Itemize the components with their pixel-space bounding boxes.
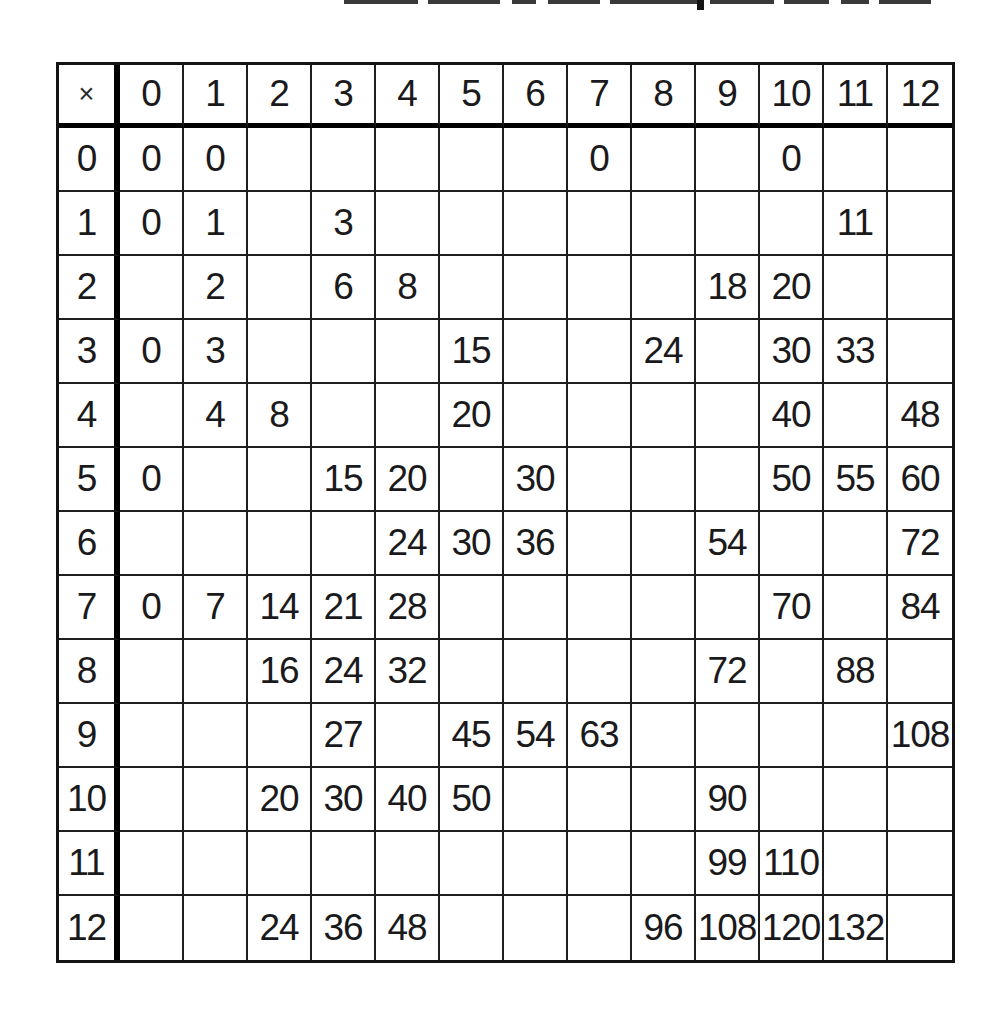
grid-cell xyxy=(184,832,248,896)
grid-cell xyxy=(440,832,504,896)
grid-cell xyxy=(632,384,696,448)
grid-cell: 54 xyxy=(504,704,568,768)
grid-cell: 0 xyxy=(120,576,184,640)
grid-cell: 4 xyxy=(184,384,248,448)
column-header-cell: 9 xyxy=(696,65,760,128)
grid-cell xyxy=(568,320,632,384)
grid-cell: 50 xyxy=(440,768,504,832)
row-header-cell: 0 xyxy=(59,128,120,192)
column-header-cell: 4 xyxy=(376,65,440,128)
column-header-cell: 0 xyxy=(120,65,184,128)
grid-cell xyxy=(568,640,632,704)
grid-cell: 84 xyxy=(888,576,952,640)
grid-cell xyxy=(568,896,632,960)
grid-cell: 70 xyxy=(760,576,824,640)
grid-cell xyxy=(120,384,184,448)
grid-cell xyxy=(184,704,248,768)
grid-cell xyxy=(440,896,504,960)
grid-cell: 48 xyxy=(888,384,952,448)
grid-cell xyxy=(312,384,376,448)
column-header-cell: 1 xyxy=(184,65,248,128)
grid-cell xyxy=(824,128,888,192)
row-header-cell: 4 xyxy=(59,384,120,448)
grid-cell xyxy=(888,256,952,320)
grid-cell xyxy=(120,704,184,768)
grid-cell: 30 xyxy=(760,320,824,384)
grid-cell xyxy=(184,448,248,512)
grid-cell xyxy=(184,512,248,576)
grid-cell xyxy=(632,640,696,704)
grid-cell xyxy=(760,192,824,256)
grid-cell xyxy=(376,192,440,256)
grid-cell xyxy=(888,320,952,384)
row-header-cell: 11 xyxy=(59,832,120,896)
grid-cell: 99 xyxy=(696,832,760,896)
grid-cell: 24 xyxy=(248,896,312,960)
row-header-cell: 2 xyxy=(59,256,120,320)
grid-cell: 21 xyxy=(312,576,376,640)
grid-cell xyxy=(824,704,888,768)
grid-cell: 3 xyxy=(312,192,376,256)
grid-cell xyxy=(888,896,952,960)
grid-cell xyxy=(184,640,248,704)
grid-cell xyxy=(376,128,440,192)
grid-cell: 20 xyxy=(440,384,504,448)
grid-cell: 20 xyxy=(248,768,312,832)
grid-cell: 0 xyxy=(184,128,248,192)
grid-cell: 30 xyxy=(312,768,376,832)
grid-cell xyxy=(888,640,952,704)
grid-cell xyxy=(760,768,824,832)
grid-cell xyxy=(888,832,952,896)
grid-cell xyxy=(632,256,696,320)
grid-cell: 1 xyxy=(184,192,248,256)
grid-cell: 30 xyxy=(504,448,568,512)
grid-cell: 108 xyxy=(888,704,952,768)
grid-cell xyxy=(824,512,888,576)
grid-cell: 45 xyxy=(440,704,504,768)
column-header-cell: 5 xyxy=(440,65,504,128)
column-header-cell: 3 xyxy=(312,65,376,128)
grid-cell xyxy=(632,192,696,256)
grid-cell xyxy=(120,768,184,832)
grid-cell: 28 xyxy=(376,576,440,640)
row-header-cell: 7 xyxy=(59,576,120,640)
multiplication-grid: ×012345678910111200000101311226818203031… xyxy=(56,62,955,963)
grid-cell xyxy=(312,320,376,384)
grid-cell: 20 xyxy=(376,448,440,512)
grid-cell xyxy=(504,576,568,640)
grid-cell xyxy=(312,128,376,192)
grid-cell: 108 xyxy=(696,896,760,960)
grid-cell xyxy=(568,512,632,576)
grid-cell: 36 xyxy=(504,512,568,576)
grid-cell xyxy=(632,512,696,576)
grid-cell xyxy=(696,704,760,768)
grid-cell xyxy=(312,512,376,576)
grid-cell: 50 xyxy=(760,448,824,512)
grid-cell: 54 xyxy=(696,512,760,576)
grid-cell xyxy=(824,576,888,640)
grid-cell xyxy=(568,384,632,448)
grid-cell: 24 xyxy=(632,320,696,384)
grid-cell: 0 xyxy=(120,192,184,256)
grid-cell: 40 xyxy=(376,768,440,832)
row-header-cell: 12 xyxy=(59,896,120,960)
grid-cell xyxy=(504,320,568,384)
grid-cell xyxy=(632,832,696,896)
row-header-cell: 8 xyxy=(59,640,120,704)
grid-cell xyxy=(568,768,632,832)
grid-cell xyxy=(440,128,504,192)
grid-cell xyxy=(632,128,696,192)
grid-cell: 32 xyxy=(376,640,440,704)
grid-cell: 0 xyxy=(568,128,632,192)
grid-cell xyxy=(888,192,952,256)
grid-cell xyxy=(248,192,312,256)
grid-cell: 48 xyxy=(376,896,440,960)
grid-cell: 36 xyxy=(312,896,376,960)
grid-cell xyxy=(888,128,952,192)
column-header-cell: 12 xyxy=(888,65,952,128)
grid-cell: 120 xyxy=(760,896,824,960)
grid-cell xyxy=(248,448,312,512)
grid-cell xyxy=(504,128,568,192)
grid-cell: 14 xyxy=(248,576,312,640)
grid-cell: 110 xyxy=(760,832,824,896)
grid-cell xyxy=(248,512,312,576)
grid-cell: 16 xyxy=(248,640,312,704)
grid-cell: 18 xyxy=(696,256,760,320)
grid-cell xyxy=(568,256,632,320)
grid-cell xyxy=(440,256,504,320)
grid-cell: 60 xyxy=(888,448,952,512)
cropped-title-text xyxy=(344,0,944,10)
grid-cell: 72 xyxy=(696,640,760,704)
grid-cell xyxy=(248,128,312,192)
grid-cell: 0 xyxy=(120,320,184,384)
grid-cell xyxy=(248,704,312,768)
column-header-cell: 6 xyxy=(504,65,568,128)
grid-cell xyxy=(760,704,824,768)
grid-cell xyxy=(184,896,248,960)
operator-corner-cell: × xyxy=(59,65,120,128)
grid-cell xyxy=(824,768,888,832)
column-header-cell: 7 xyxy=(568,65,632,128)
grid-cell: 55 xyxy=(824,448,888,512)
grid-cell: 20 xyxy=(760,256,824,320)
grid-cell: 27 xyxy=(312,704,376,768)
grid-cell xyxy=(632,704,696,768)
grid-cell xyxy=(568,192,632,256)
grid-cell xyxy=(504,256,568,320)
grid-cell xyxy=(376,704,440,768)
grid-cell xyxy=(504,192,568,256)
grid-cell xyxy=(440,192,504,256)
grid-cell xyxy=(824,384,888,448)
grid-cell xyxy=(376,384,440,448)
row-header-cell: 5 xyxy=(59,448,120,512)
grid-cell xyxy=(760,640,824,704)
grid-cell xyxy=(440,448,504,512)
grid-cell: 0 xyxy=(120,448,184,512)
column-header-cell: 8 xyxy=(632,65,696,128)
grid-cell xyxy=(120,640,184,704)
grid-cell xyxy=(504,896,568,960)
grid-cell: 8 xyxy=(248,384,312,448)
grid-cell: 96 xyxy=(632,896,696,960)
grid-cell: 63 xyxy=(568,704,632,768)
grid-cell: 30 xyxy=(440,512,504,576)
grid-cell xyxy=(568,448,632,512)
grid-cell: 2 xyxy=(184,256,248,320)
column-header-cell: 11 xyxy=(824,65,888,128)
grid-cell xyxy=(248,256,312,320)
grid-cell: 24 xyxy=(376,512,440,576)
grid-cell: 8 xyxy=(376,256,440,320)
grid-cell: 72 xyxy=(888,512,952,576)
grid-cell xyxy=(440,576,504,640)
grid-cell xyxy=(120,256,184,320)
grid-cell xyxy=(632,448,696,512)
row-header-cell: 10 xyxy=(59,768,120,832)
grid-cell xyxy=(440,640,504,704)
grid-cell xyxy=(504,768,568,832)
grid-cell: 33 xyxy=(824,320,888,384)
grid-cell: 88 xyxy=(824,640,888,704)
grid-cell: 90 xyxy=(696,768,760,832)
grid-cell xyxy=(696,384,760,448)
grid-cell: 132 xyxy=(824,896,888,960)
grid-cell xyxy=(696,576,760,640)
grid-cell xyxy=(504,384,568,448)
grid-cell: 7 xyxy=(184,576,248,640)
grid-cell: 0 xyxy=(760,128,824,192)
grid-cell xyxy=(504,832,568,896)
grid-cell xyxy=(632,768,696,832)
grid-cell xyxy=(696,128,760,192)
grid-cell xyxy=(120,832,184,896)
column-header-cell: 2 xyxy=(248,65,312,128)
grid-cell xyxy=(888,768,952,832)
grid-cell xyxy=(376,832,440,896)
column-header-cell: 10 xyxy=(760,65,824,128)
grid-cell xyxy=(504,640,568,704)
row-header-cell: 6 xyxy=(59,512,120,576)
grid-cell: 15 xyxy=(440,320,504,384)
grid-cell: 0 xyxy=(120,128,184,192)
grid-cell xyxy=(120,896,184,960)
row-header-cell: 9 xyxy=(59,704,120,768)
grid-cell xyxy=(376,320,440,384)
grid-cell xyxy=(696,320,760,384)
grid-cell xyxy=(568,576,632,640)
row-header-cell: 1 xyxy=(59,192,120,256)
grid-cell xyxy=(760,512,824,576)
grid-cell xyxy=(120,512,184,576)
grid-cell xyxy=(824,256,888,320)
grid-cell xyxy=(568,832,632,896)
grid-cell xyxy=(184,768,248,832)
grid-cell xyxy=(248,832,312,896)
grid-cell: 6 xyxy=(312,256,376,320)
grid-cell: 3 xyxy=(184,320,248,384)
grid-cell: 11 xyxy=(824,192,888,256)
grid-cell xyxy=(632,576,696,640)
grid-cell xyxy=(248,320,312,384)
grid-cell: 15 xyxy=(312,448,376,512)
grid-cell xyxy=(312,832,376,896)
row-header-cell: 3 xyxy=(59,320,120,384)
grid-cell xyxy=(824,832,888,896)
grid-cell xyxy=(696,448,760,512)
grid-cell: 24 xyxy=(312,640,376,704)
grid-cell: 40 xyxy=(760,384,824,448)
grid-cell xyxy=(696,192,760,256)
